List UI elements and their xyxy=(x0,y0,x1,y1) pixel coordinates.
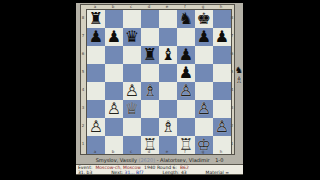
square-c7: ♛ xyxy=(123,28,141,46)
next-move-group: Next: 31... Bf7 xyxy=(111,170,143,175)
square-c2 xyxy=(123,118,141,136)
square-g2 xyxy=(195,118,213,136)
white-bishop: ♗ xyxy=(159,118,177,136)
square-b5 xyxy=(105,64,123,82)
square-d5 xyxy=(141,64,159,82)
square-h2: ♙ xyxy=(213,118,231,136)
square-e2: ♗ xyxy=(159,118,177,136)
square-d8 xyxy=(141,10,159,28)
square-c6 xyxy=(123,46,141,64)
coord-label-2: 2 xyxy=(230,117,234,135)
square-d6: ♜ xyxy=(141,46,159,64)
coord-label-1: 1 xyxy=(81,135,85,153)
coord-label-7: 7 xyxy=(81,27,85,45)
square-e4 xyxy=(159,82,177,100)
square-f3 xyxy=(177,100,195,118)
black-rook: ♜ xyxy=(87,10,105,28)
square-b8 xyxy=(105,10,123,28)
square-c4: ♙ xyxy=(123,82,141,100)
white-pawn: ♙ xyxy=(177,82,195,100)
players-separator: - xyxy=(157,157,159,163)
square-f2 xyxy=(177,118,195,136)
square-h8 xyxy=(213,10,231,28)
square-e7 xyxy=(159,28,177,46)
white-bishop: ♗ xyxy=(141,82,159,100)
white-pawn: ♙ xyxy=(123,82,141,100)
coord-label-h: h xyxy=(212,150,230,154)
square-f5: ♟ xyxy=(177,64,195,82)
black-player-name: Alatortsev, Vladimir xyxy=(160,157,209,163)
coord-label-3: 3 xyxy=(230,99,234,117)
square-d7 xyxy=(141,28,159,46)
coord-label-2: 2 xyxy=(81,117,85,135)
square-a4 xyxy=(87,82,105,100)
square-c8 xyxy=(123,10,141,28)
square-e5 xyxy=(159,64,177,82)
square-a7: ♟ xyxy=(87,28,105,46)
game-length: Length: 43 xyxy=(162,170,186,175)
square-e3 xyxy=(159,100,177,118)
square-f8: ♞ xyxy=(177,10,195,28)
material-status: Material = xyxy=(206,170,229,175)
white-bishop-icon: ♗ xyxy=(235,75,243,85)
black-pawn: ♟ xyxy=(105,28,123,46)
coord-label-b: b xyxy=(104,150,122,154)
coord-label-6: 6 xyxy=(230,45,234,63)
coord-label-8: 8 xyxy=(230,9,234,27)
coord-label-6: 6 xyxy=(81,45,85,63)
moves-line: 31. b3 Next: 31... Bf7 Length: 43 Materi… xyxy=(76,170,243,175)
video-frame: abcdefgh 87654321 ♜♞♚♟♟♛♟♟♜♝♟♟♙♗♙♙♕♙♙♗♙♖… xyxy=(0,0,320,180)
square-h3 xyxy=(213,100,231,118)
square-d4: ♗ xyxy=(141,82,159,100)
rank-labels-left: 87654321 xyxy=(81,9,85,153)
next-move: 31... Bf7 xyxy=(125,170,144,175)
square-f4: ♙ xyxy=(177,82,195,100)
black-knight-icon: ♞ xyxy=(235,65,243,75)
square-e6: ♝ xyxy=(159,46,177,64)
square-e8 xyxy=(159,10,177,28)
coord-label-1: 1 xyxy=(230,135,234,153)
black-knight: ♞ xyxy=(177,10,195,28)
coord-label-8: 8 xyxy=(81,9,85,27)
square-c5 xyxy=(123,64,141,82)
black-bishop: ♝ xyxy=(159,46,177,64)
square-g4 xyxy=(195,82,213,100)
square-a2: ♙ xyxy=(87,118,105,136)
square-h6 xyxy=(213,46,231,64)
game-info-box: Event: Moscow-ch, Moscow 1940 Round 6: B… xyxy=(76,164,243,175)
game-result: 1-0 xyxy=(215,157,223,163)
square-h4 xyxy=(213,82,231,100)
coord-label-g: g xyxy=(194,150,212,154)
coord-label-a: a xyxy=(86,150,104,154)
square-g8: ♚ xyxy=(195,10,213,28)
white-player-rating: (2620) xyxy=(138,157,155,163)
square-b6 xyxy=(105,46,123,64)
square-b3: ♙ xyxy=(105,100,123,118)
coord-label-4: 4 xyxy=(230,81,234,99)
square-g7: ♟ xyxy=(195,28,213,46)
black-rook: ♜ xyxy=(141,46,159,64)
white-queen: ♕ xyxy=(123,100,141,118)
square-a5 xyxy=(87,64,105,82)
square-a6 xyxy=(87,46,105,64)
chess-board: ♜♞♚♟♟♛♟♟♜♝♟♟♙♗♙♙♕♙♙♗♙♖♖♔ xyxy=(86,9,232,155)
black-king: ♚ xyxy=(195,10,213,28)
black-pawn: ♟ xyxy=(177,46,195,64)
black-pawn: ♟ xyxy=(195,28,213,46)
chess-viewer-content: abcdefgh 87654321 ♜♞♚♟♟♛♟♟♜♝♟♟♙♗♙♙♕♙♙♗♙♖… xyxy=(76,3,243,175)
rank-labels-right: 87654321 xyxy=(230,9,234,153)
square-g6 xyxy=(195,46,213,64)
square-a3 xyxy=(87,100,105,118)
black-queen: ♛ xyxy=(123,28,141,46)
square-b2 xyxy=(105,118,123,136)
square-g5 xyxy=(195,64,213,82)
black-pawn: ♟ xyxy=(213,28,231,46)
white-pawn: ♙ xyxy=(87,118,105,136)
black-pawn: ♟ xyxy=(177,64,195,82)
square-a8: ♜ xyxy=(87,10,105,28)
next-label: Next: xyxy=(111,170,123,175)
file-labels-bottom: abcdefgh xyxy=(86,150,230,154)
coord-label-4: 4 xyxy=(81,81,85,99)
coord-label-3: 3 xyxy=(81,99,85,117)
square-b7: ♟ xyxy=(105,28,123,46)
coord-label-7: 7 xyxy=(230,27,234,45)
coord-label-d: d xyxy=(140,150,158,154)
square-g3: ♙ xyxy=(195,100,213,118)
coord-label-5: 5 xyxy=(81,63,85,81)
square-h5 xyxy=(213,64,231,82)
coord-label-c: c xyxy=(122,150,140,154)
square-f7 xyxy=(177,28,195,46)
white-pawn: ♙ xyxy=(213,118,231,136)
black-pawn: ♟ xyxy=(87,28,105,46)
material-imbalance-tray: ♞ ♗ xyxy=(235,65,243,85)
square-d3 xyxy=(141,100,159,118)
square-h7: ♟ xyxy=(213,28,231,46)
square-f6: ♟ xyxy=(177,46,195,64)
square-c3: ♕ xyxy=(123,100,141,118)
white-player-name: Smyslov, Vassily xyxy=(96,157,137,163)
coord-label-5: 5 xyxy=(230,63,234,81)
white-pawn: ♙ xyxy=(195,100,213,118)
coord-label-f: f xyxy=(176,150,194,154)
square-d2 xyxy=(141,118,159,136)
square-b4 xyxy=(105,82,123,100)
move-played: 31. b3 xyxy=(78,170,92,175)
players-line: Smyslov, Vassily (2620) - Alatortsev, Vl… xyxy=(76,157,243,164)
coord-label-e: e xyxy=(158,150,176,154)
white-pawn: ♙ xyxy=(105,100,123,118)
chess-board-frame: abcdefgh 87654321 ♜♞♚♟♟♛♟♟♜♝♟♟♙♗♙♙♕♙♙♗♙♖… xyxy=(80,4,235,155)
